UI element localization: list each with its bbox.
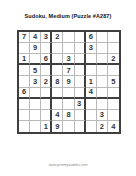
sudoku-cell-r5c3: 2 bbox=[41, 76, 52, 87]
sudoku-cell-r2c3 bbox=[41, 43, 52, 54]
sudoku-cell-r9c8: 2 bbox=[97, 121, 108, 132]
sudoku-cell-r9c7 bbox=[86, 121, 97, 132]
sudoku-cell-r6c7: 4 bbox=[86, 88, 97, 99]
sudoku-cell-r2c9 bbox=[108, 43, 119, 54]
page-title: Sudoku, Medium (Puzzle #A287) bbox=[0, 13, 136, 19]
sudoku-cell-r1c6 bbox=[75, 32, 86, 43]
sudoku-cell-r2c6 bbox=[75, 43, 86, 54]
sudoku-cell-r4c6 bbox=[75, 65, 86, 76]
sudoku-cell-r2c8 bbox=[97, 43, 108, 54]
sudoku-cell-r1c1: 7 bbox=[19, 32, 30, 43]
sudoku-cell-r3c5: 3 bbox=[63, 54, 74, 65]
sudoku-cell-r1c9 bbox=[108, 32, 119, 43]
sudoku-cell-r6c2 bbox=[30, 88, 41, 99]
sudoku-cell-r2c7: 3 bbox=[86, 43, 97, 54]
sudoku-cell-r7c5 bbox=[63, 99, 74, 110]
sudoku-cell-r5c1 bbox=[19, 76, 30, 87]
sudoku-cell-r9c5 bbox=[63, 121, 74, 132]
sudoku-cell-r8c2 bbox=[30, 110, 41, 121]
sudoku-cell-r3c1: 1 bbox=[19, 54, 30, 65]
sudoku-cell-r9c6 bbox=[75, 121, 86, 132]
sudoku-cell-r3c4 bbox=[52, 54, 63, 65]
sudoku-cell-r3c3: 6 bbox=[41, 54, 52, 65]
sudoku-cell-r8c5: 8 bbox=[63, 110, 74, 121]
sudoku-cell-r9c4: 9 bbox=[52, 121, 63, 132]
sudoku-cell-r5c5: 9 bbox=[63, 76, 74, 87]
sudoku-cell-r6c3 bbox=[41, 88, 52, 99]
sudoku-cell-r7c3 bbox=[41, 99, 52, 110]
sudoku-cell-r1c8 bbox=[97, 32, 108, 43]
sudoku-cell-r8c8: 3 bbox=[97, 110, 108, 121]
sudoku-cell-r9c9: 4 bbox=[108, 121, 119, 132]
sudoku-cell-r7c8 bbox=[97, 99, 108, 110]
sudoku-cell-r4c8 bbox=[97, 65, 108, 76]
sudoku-cell-r1c4: 2 bbox=[52, 32, 63, 43]
sudoku-cell-r5c7: 1 bbox=[86, 76, 97, 87]
sudoku-cell-r6c4 bbox=[52, 88, 63, 99]
sudoku-cell-r4c4 bbox=[52, 65, 63, 76]
sudoku-cell-r8c3 bbox=[41, 110, 52, 121]
sudoku-cell-r5c2: 3 bbox=[30, 76, 41, 87]
sudoku-cell-r7c1 bbox=[19, 99, 30, 110]
footer-url: www.printmysudoku.com bbox=[0, 163, 136, 167]
sudoku-cell-r1c7: 6 bbox=[86, 32, 97, 43]
sudoku-cell-r3c9: 2 bbox=[108, 54, 119, 65]
sudoku-cell-r5c8 bbox=[97, 76, 108, 87]
sudoku-cell-r4c9 bbox=[108, 65, 119, 76]
sudoku-cell-r5c4: 8 bbox=[52, 76, 63, 87]
sudoku-cell-r7c4 bbox=[52, 99, 63, 110]
sudoku-cell-r8c9 bbox=[108, 110, 119, 121]
sudoku-cell-r8c4: 4 bbox=[52, 110, 63, 121]
sudoku-cell-r2c4 bbox=[52, 43, 63, 54]
sudoku-cell-r2c5 bbox=[63, 43, 74, 54]
sudoku-cell-r3c7 bbox=[86, 54, 97, 65]
sudoku-cell-r6c9 bbox=[108, 88, 119, 99]
sudoku-cell-r1c5 bbox=[63, 32, 74, 43]
sudoku-grid: 74326931632573289156434831924 bbox=[17, 30, 121, 134]
sudoku-cell-r6c6 bbox=[75, 88, 86, 99]
sudoku-cell-r7c7 bbox=[86, 99, 97, 110]
sudoku-cell-r4c2: 5 bbox=[30, 65, 41, 76]
sudoku-cell-r6c8 bbox=[97, 88, 108, 99]
sudoku-cell-r7c9 bbox=[108, 99, 119, 110]
sudoku-cell-r9c2 bbox=[30, 121, 41, 132]
sudoku-cell-r6c1: 6 bbox=[19, 88, 30, 99]
sudoku-cell-r3c2 bbox=[30, 54, 41, 65]
sudoku-cell-r9c3: 1 bbox=[41, 121, 52, 132]
sudoku-cell-r4c1 bbox=[19, 65, 30, 76]
sudoku-cell-r8c7 bbox=[86, 110, 97, 121]
sudoku-cell-r2c1 bbox=[19, 43, 30, 54]
sudoku-cell-r1c2: 4 bbox=[30, 32, 41, 43]
sudoku-cell-r8c1 bbox=[19, 110, 30, 121]
sudoku-page: Sudoku, Medium (Puzzle #A287) 7432693163… bbox=[0, 0, 136, 176]
sudoku-cell-r8c6 bbox=[75, 110, 86, 121]
sudoku-cell-r4c5: 7 bbox=[63, 65, 74, 76]
sudoku-cell-r7c2 bbox=[30, 99, 41, 110]
sudoku-cell-r5c9: 5 bbox=[108, 76, 119, 87]
sudoku-cell-r3c6 bbox=[75, 54, 86, 65]
sudoku-cell-r2c2: 9 bbox=[30, 43, 41, 54]
sudoku-cell-r7c6: 3 bbox=[75, 99, 86, 110]
sudoku-cell-r4c3 bbox=[41, 65, 52, 76]
sudoku-cell-r4c7 bbox=[86, 65, 97, 76]
sudoku-cell-r6c5 bbox=[63, 88, 74, 99]
sudoku-cell-r5c6 bbox=[75, 76, 86, 87]
sudoku-cell-r9c1 bbox=[19, 121, 30, 132]
sudoku-cell-r3c8 bbox=[97, 54, 108, 65]
sudoku-cell-r1c3: 3 bbox=[41, 32, 52, 43]
